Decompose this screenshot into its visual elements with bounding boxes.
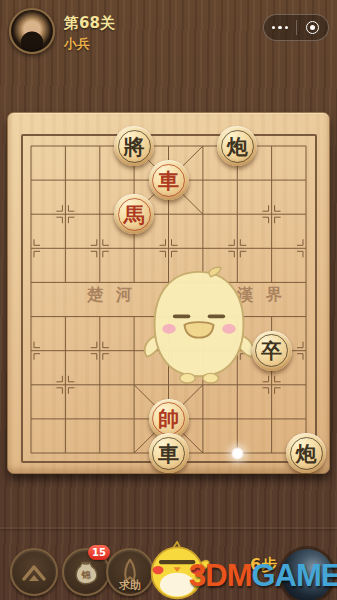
board-grid[interactable]: 楚河 漢界 將炮車馬卒帥車炮 xyxy=(31,146,306,453)
river-label-left: 楚河 xyxy=(87,285,145,306)
hint-count-badge: 15 xyxy=(88,545,110,560)
piece-character: 車 xyxy=(158,170,179,191)
piece-character: 車 xyxy=(158,443,179,464)
chevron-up-icon xyxy=(16,554,52,590)
circle-dot-icon xyxy=(306,21,319,34)
piece-character: 馬 xyxy=(124,204,145,225)
more-dots-icon xyxy=(272,26,289,30)
piece-black-general[interactable]: 將 xyxy=(114,126,154,166)
piece-black-cannon[interactable]: 炮 xyxy=(286,433,326,473)
app-screen: 第68关 小兵 楚河 漢界 xyxy=(0,0,337,600)
piece-black-soldier[interactable]: 卒 xyxy=(252,331,292,371)
mode-label: 小兵 xyxy=(64,35,90,53)
miniprogram-capsule xyxy=(263,14,329,41)
xiangqi-board-panel: 楚河 漢界 將炮車馬卒帥車炮 xyxy=(7,112,330,474)
piece-character: 炮 xyxy=(227,136,248,157)
money-bag-icon: 锦 xyxy=(69,555,103,589)
collapse-menu-button[interactable] xyxy=(10,548,58,596)
watermark-game: GAME xyxy=(251,558,337,593)
player-avatar xyxy=(9,8,55,54)
close-circle-button[interactable] xyxy=(297,15,329,40)
piece-character: 將 xyxy=(124,136,145,157)
mascot-chick-board xyxy=(141,266,257,386)
piece-character: 卒 xyxy=(261,340,282,361)
move-indicator-dot xyxy=(231,447,244,460)
piece-red-chariot[interactable]: 車 xyxy=(149,160,189,200)
wood-plank-seam xyxy=(0,527,337,529)
piece-red-horse[interactable]: 馬 xyxy=(114,194,154,234)
watermark-3dm: 3DM xyxy=(189,558,251,593)
more-menu-button[interactable] xyxy=(264,15,296,40)
piece-character: 炮 xyxy=(296,443,317,464)
piece-black-chariot[interactable]: 車 xyxy=(149,433,189,473)
site-watermark: 3DMGAME xyxy=(189,558,337,594)
svg-text:锦: 锦 xyxy=(80,569,91,580)
piece-character: 帥 xyxy=(158,408,179,429)
level-label: 第68关 xyxy=(64,14,115,33)
